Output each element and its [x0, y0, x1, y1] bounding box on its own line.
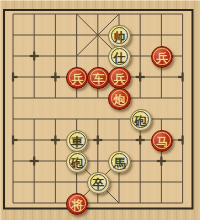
piece-glyph: 马: [156, 135, 168, 147]
pieces-layer: 帅仕兵兵车兵炮砲車马砲馬卒将: [2, 4, 193, 214]
piece-glyph: 砲: [71, 156, 83, 168]
piece-general-red[interactable]: 将: [66, 193, 89, 216]
piece-soldier-bone[interactable]: 卒: [87, 172, 110, 195]
piece-glyph: 兵: [156, 51, 168, 63]
piece-horse-bone[interactable]: 馬: [108, 151, 131, 174]
piece-glyph: 炮: [114, 93, 126, 105]
piece-glyph: 车: [92, 72, 104, 84]
piece-glyph: 卒: [92, 177, 104, 189]
piece-glyph: 砲: [135, 114, 147, 126]
piece-soldier-red[interactable]: 兵: [66, 67, 89, 90]
piece-cannon-red[interactable]: 炮: [108, 88, 131, 111]
piece-horse-red[interactable]: 马: [151, 130, 174, 153]
piece-advisor-bone[interactable]: 仕: [108, 46, 131, 69]
piece-glyph: 帅: [114, 30, 126, 42]
piece-soldier-red[interactable]: 兵: [108, 67, 131, 90]
piece-chariot-red[interactable]: 车: [87, 67, 110, 90]
piece-glyph: 仕: [114, 51, 126, 63]
piece-glyph: 馬: [114, 156, 126, 168]
piece-cannon-bone[interactable]: 砲: [130, 109, 153, 132]
xiangqi-app: 帅仕兵兵车兵炮砲車马砲馬卒将: [0, 0, 200, 220]
piece-cannon-bone[interactable]: 砲: [66, 151, 89, 174]
piece-glyph: 兵: [114, 72, 126, 84]
piece-glyph: 兵: [71, 72, 83, 84]
piece-glyph: 将: [71, 198, 83, 210]
piece-glyph: 車: [71, 135, 83, 147]
piece-soldier-red[interactable]: 兵: [151, 46, 174, 69]
piece-general-bone[interactable]: 帅: [108, 25, 131, 48]
piece-chariot-bone[interactable]: 車: [66, 130, 89, 153]
